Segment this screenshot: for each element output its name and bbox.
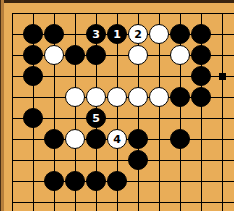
stone-black-move-1: 1 — [107, 24, 127, 44]
stone-black — [170, 129, 190, 149]
stone-black — [170, 87, 190, 107]
go-board[interactable]: 31254 — [0, 0, 234, 211]
grid-line-col-1 — [12, 13, 13, 211]
stone-black — [128, 129, 148, 149]
stone-black — [191, 66, 211, 86]
stone-black — [23, 108, 43, 128]
stone-white — [107, 87, 127, 107]
stone-black — [23, 24, 43, 44]
stone-black — [44, 129, 64, 149]
stone-black — [128, 150, 148, 170]
stone-white-move-2: 2 — [128, 24, 148, 44]
stone-black — [86, 171, 106, 191]
stone-white — [170, 45, 190, 65]
stone-black — [65, 171, 85, 191]
stone-black — [86, 129, 106, 149]
stone-white — [149, 24, 169, 44]
stone-black — [65, 45, 85, 65]
board-frame-left — [0, 0, 4, 211]
stone-black — [107, 171, 127, 191]
grid-line-col-11 — [222, 13, 223, 211]
stone-black — [23, 45, 43, 65]
stone-black — [23, 66, 43, 86]
square-marker — [219, 73, 226, 80]
stone-black — [191, 24, 211, 44]
stone-white — [128, 45, 148, 65]
stone-black — [191, 87, 211, 107]
stone-white — [65, 87, 85, 107]
stone-black-move-3: 3 — [86, 24, 106, 44]
stone-black — [191, 45, 211, 65]
stone-black-move-5: 5 — [86, 108, 106, 128]
stone-white — [65, 129, 85, 149]
stone-white — [149, 87, 169, 107]
stone-white — [128, 87, 148, 107]
board-frame-top — [0, 0, 234, 3]
stone-black — [170, 24, 190, 44]
stone-black — [44, 171, 64, 191]
stone-black — [44, 24, 64, 44]
stone-white — [44, 45, 64, 65]
stone-white-move-4: 4 — [107, 129, 127, 149]
stone-white — [86, 87, 106, 107]
stone-black — [86, 45, 106, 65]
